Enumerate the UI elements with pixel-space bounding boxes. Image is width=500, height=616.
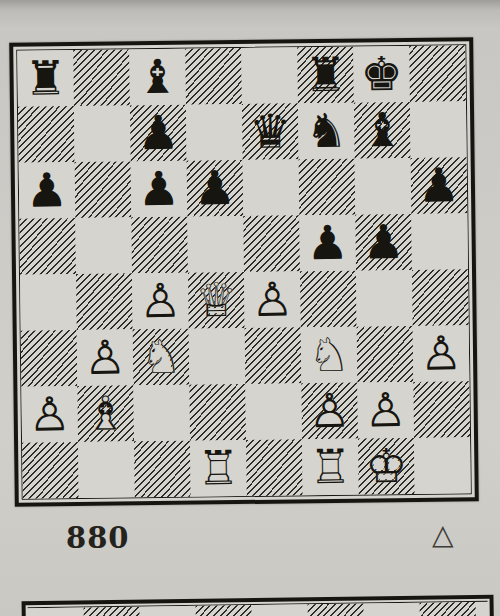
square-d8 <box>185 48 242 105</box>
square-a8: ♜ <box>17 50 74 107</box>
piece-black-pawn-g5: ♟ <box>355 214 412 271</box>
square-a6: ♟ <box>19 162 76 219</box>
board-frame: ♜♝♜♚♟♛♞♝♟♟♟♟♟♟♙♕♙♙♘♘♙♙♗♙♙♖♖♔ <box>9 37 479 507</box>
piece-black-king-g8: ♚ <box>353 46 410 103</box>
square-c2 <box>133 385 190 442</box>
next-diagram-squares <box>28 601 489 616</box>
square-h7 <box>410 101 467 158</box>
square-c1 <box>134 441 191 498</box>
square-g3 <box>357 326 414 383</box>
square-g2: ♙ <box>357 382 414 439</box>
piece-black-rook-a8: ♜ <box>17 50 74 107</box>
square-g5: ♟ <box>355 214 412 271</box>
square-c6: ♟ <box>131 161 188 218</box>
square-b5 <box>75 217 132 274</box>
piece-white-knight-c3: ♘ <box>133 329 190 386</box>
square-a5 <box>19 218 76 275</box>
square-f7: ♞ <box>298 103 355 160</box>
square-d3 <box>189 328 246 385</box>
square-h1 <box>414 437 471 494</box>
square-c5 <box>131 217 188 274</box>
square-f2: ♙ <box>301 383 358 440</box>
next-diagram-square-5 <box>252 604 309 616</box>
square-c3: ♘ <box>133 329 190 386</box>
square-g6 <box>355 158 412 215</box>
next-diagram-top-edge <box>22 595 495 616</box>
square-g7: ♝ <box>354 102 411 159</box>
square-h8 <box>409 45 466 102</box>
square-h2 <box>413 381 470 438</box>
next-diagram-square-8 <box>420 602 477 616</box>
square-h5 <box>411 213 468 270</box>
square-g8: ♚ <box>353 46 410 103</box>
piece-white-king-g1: ♔ <box>358 438 415 495</box>
piece-white-rook-f1: ♖ <box>302 439 359 496</box>
square-b3: ♙ <box>77 329 134 386</box>
square-d2 <box>189 384 246 441</box>
piece-black-pawn-f5: ♟ <box>299 215 356 272</box>
piece-white-pawn-e4: ♙ <box>244 271 301 328</box>
piece-white-rook-d1: ♖ <box>190 440 247 497</box>
piece-white-pawn-b3: ♙ <box>77 329 134 386</box>
square-e8 <box>241 47 298 104</box>
piece-white-pawn-f2: ♙ <box>301 383 358 440</box>
square-e3 <box>245 327 302 384</box>
square-e1 <box>246 439 303 496</box>
square-c8: ♝ <box>129 49 186 106</box>
next-diagram-square-6 <box>308 604 365 616</box>
square-h6: ♟ <box>411 157 468 214</box>
square-e6 <box>243 159 300 216</box>
square-b4 <box>76 273 133 330</box>
square-b1 <box>78 441 135 498</box>
piece-white-pawn-h3: ♙ <box>413 325 470 382</box>
square-g4 <box>356 270 413 327</box>
square-h4 <box>412 269 469 326</box>
square-f4 <box>300 271 357 328</box>
chess-board: ♜♝♜♚♟♛♞♝♟♟♟♟♟♟♙♕♙♙♘♘♙♙♗♙♙♖♖♔ <box>17 45 470 498</box>
square-c7: ♟ <box>130 105 187 162</box>
square-e5 <box>243 215 300 272</box>
piece-white-pawn-g2: ♙ <box>357 382 414 439</box>
piece-white-pawn-a2: ♙ <box>21 386 78 443</box>
square-b7 <box>74 105 131 162</box>
piece-black-pawn-h6: ♟ <box>411 157 468 214</box>
piece-black-pawn-a6: ♟ <box>19 162 76 219</box>
piece-white-bishop-b2: ♗ <box>77 385 134 442</box>
piece-white-knight-f3: ♘ <box>301 327 358 384</box>
square-d1: ♖ <box>190 440 247 497</box>
piece-black-bishop-c8: ♝ <box>129 49 186 106</box>
square-a4 <box>20 274 77 331</box>
square-d4: ♕ <box>188 272 245 329</box>
square-a7 <box>18 106 75 163</box>
square-a2: ♙ <box>21 386 78 443</box>
chess-diagram: ♜♝♜♚♟♛♞♝♟♟♟♟♟♟♙♕♙♙♘♘♙♙♗♙♙♖♖♔ <box>9 37 479 507</box>
square-f1: ♖ <box>302 439 359 496</box>
square-e7: ♛ <box>242 103 299 160</box>
piece-black-rook-f8: ♜ <box>297 47 354 104</box>
square-f3: ♘ <box>301 327 358 384</box>
piece-black-pawn-d6: ♟ <box>187 160 244 217</box>
next-diagram-square-4 <box>196 605 253 616</box>
square-e2 <box>245 383 302 440</box>
square-a1 <box>22 442 79 499</box>
diagram-number: 880 <box>66 521 130 555</box>
piece-black-pawn-c7: ♟ <box>130 105 187 162</box>
white-to-move-triangle-icon: △ <box>432 518 454 551</box>
square-d5 <box>187 216 244 273</box>
square-b2: ♗ <box>77 385 134 442</box>
square-c4: ♙ <box>132 273 189 330</box>
piece-black-bishop-g7: ♝ <box>354 102 411 159</box>
board-inner-border: ♜♝♜♚♟♛♞♝♟♟♟♟♟♟♙♕♙♙♘♘♙♙♗♙♙♖♖♔ <box>16 44 471 499</box>
piece-black-queen-e7: ♛ <box>242 103 299 160</box>
next-diagram-square-7 <box>364 603 421 616</box>
next-diagram-square-3 <box>140 606 197 616</box>
square-d6: ♟ <box>187 160 244 217</box>
piece-black-pawn-c6: ♟ <box>131 161 188 218</box>
square-b8 <box>73 49 130 106</box>
next-diagram-square-1 <box>28 607 85 616</box>
square-b6 <box>75 161 132 218</box>
square-d7 <box>186 104 243 161</box>
next-diagram-square-2 <box>84 607 141 616</box>
square-f8: ♜ <box>297 47 354 104</box>
square-e4: ♙ <box>244 271 301 328</box>
square-g1: ♔ <box>358 438 415 495</box>
square-a3 <box>21 330 78 387</box>
piece-white-queen-d4: ♕ <box>188 272 245 329</box>
piece-white-pawn-c4: ♙ <box>132 273 189 330</box>
piece-black-knight-f7: ♞ <box>298 103 355 160</box>
square-h3: ♙ <box>413 325 470 382</box>
square-f5: ♟ <box>299 215 356 272</box>
square-f6 <box>299 159 356 216</box>
